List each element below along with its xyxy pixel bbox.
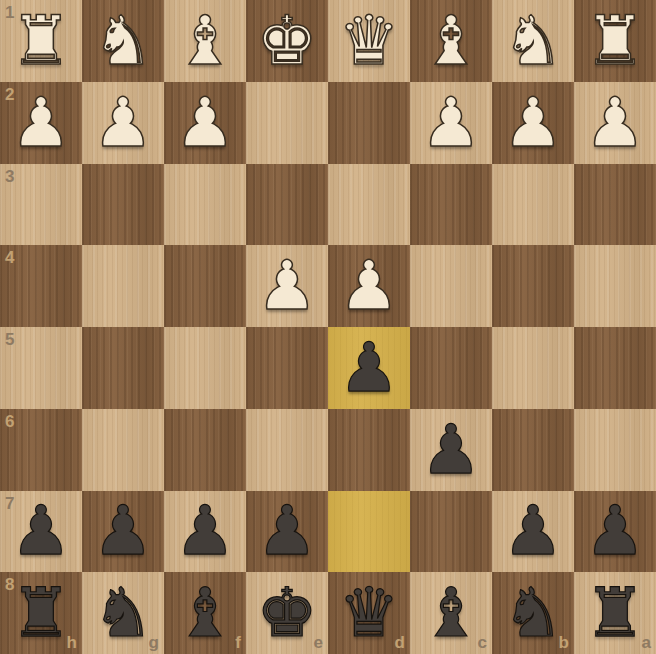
black-knight-g8[interactable]: ♞: [82, 572, 164, 654]
square-f2[interactable]: ♟: [164, 82, 246, 164]
white-knight-b1[interactable]: ♞: [492, 0, 574, 82]
chess-board: 1♜♞♝♚♛♝♞♜2♟♟♟♟♟♟34♟♟5♟6♟7♟♟♟♟♟♟8h♜g♞f♝e♚…: [0, 0, 656, 654]
square-c4[interactable]: [410, 245, 492, 327]
square-d6[interactable]: [328, 409, 410, 491]
square-b4[interactable]: [492, 245, 574, 327]
white-pawn-g2[interactable]: ♟: [82, 82, 164, 164]
square-f8[interactable]: f♝: [164, 572, 246, 654]
square-f7[interactable]: ♟: [164, 491, 246, 573]
square-g8[interactable]: g♞: [82, 572, 164, 654]
white-pawn-b2[interactable]: ♟: [492, 82, 574, 164]
white-pawn-d4[interactable]: ♟: [328, 245, 410, 327]
rank-label-6: 6: [5, 413, 14, 430]
square-e7[interactable]: ♟: [246, 491, 328, 573]
white-pawn-h2[interactable]: ♟: [0, 82, 82, 164]
square-b1[interactable]: ♞: [492, 0, 574, 82]
square-h2[interactable]: 2♟: [0, 82, 82, 164]
black-pawn-g7[interactable]: ♟: [82, 491, 164, 573]
square-c8[interactable]: c♝: [410, 572, 492, 654]
white-bishop-f1[interactable]: ♝: [164, 0, 246, 82]
black-knight-b8[interactable]: ♞: [492, 572, 574, 654]
square-e8[interactable]: e♚: [246, 572, 328, 654]
black-queen-d8[interactable]: ♛: [328, 572, 410, 654]
square-d3[interactable]: [328, 164, 410, 246]
rank-label-5: 5: [5, 331, 14, 348]
black-rook-h8[interactable]: ♜: [0, 572, 82, 654]
square-c6[interactable]: ♟: [410, 409, 492, 491]
square-g4[interactable]: [82, 245, 164, 327]
square-c2[interactable]: ♟: [410, 82, 492, 164]
square-e3[interactable]: [246, 164, 328, 246]
square-b7[interactable]: ♟: [492, 491, 574, 573]
square-f6[interactable]: [164, 409, 246, 491]
square-g5[interactable]: [82, 327, 164, 409]
square-d7[interactable]: [328, 491, 410, 573]
square-d1[interactable]: ♛: [328, 0, 410, 82]
square-c3[interactable]: [410, 164, 492, 246]
square-a7[interactable]: ♟: [574, 491, 656, 573]
square-e5[interactable]: [246, 327, 328, 409]
black-rook-a8[interactable]: ♜: [574, 572, 656, 654]
square-f1[interactable]: ♝: [164, 0, 246, 82]
black-king-e8[interactable]: ♚: [246, 572, 328, 654]
square-a2[interactable]: ♟: [574, 82, 656, 164]
white-rook-a1[interactable]: ♜: [574, 0, 656, 82]
square-e4[interactable]: ♟: [246, 245, 328, 327]
square-a8[interactable]: a♜: [574, 572, 656, 654]
square-c1[interactable]: ♝: [410, 0, 492, 82]
square-g1[interactable]: ♞: [82, 0, 164, 82]
black-bishop-c8[interactable]: ♝: [410, 572, 492, 654]
square-d2[interactable]: [328, 82, 410, 164]
square-b3[interactable]: [492, 164, 574, 246]
square-f3[interactable]: [164, 164, 246, 246]
white-rook-h1[interactable]: ♜: [0, 0, 82, 82]
square-h7[interactable]: 7♟: [0, 491, 82, 573]
square-a1[interactable]: ♜: [574, 0, 656, 82]
square-e1[interactable]: ♚: [246, 0, 328, 82]
square-g2[interactable]: ♟: [82, 82, 164, 164]
square-h1[interactable]: 1♜: [0, 0, 82, 82]
square-d5[interactable]: ♟: [328, 327, 410, 409]
black-pawn-h7[interactable]: ♟: [0, 491, 82, 573]
white-pawn-e4[interactable]: ♟: [246, 245, 328, 327]
square-d8[interactable]: d♛: [328, 572, 410, 654]
square-e6[interactable]: [246, 409, 328, 491]
white-pawn-a2[interactable]: ♟: [574, 82, 656, 164]
square-h4[interactable]: 4: [0, 245, 82, 327]
white-pawn-c2[interactable]: ♟: [410, 82, 492, 164]
square-a4[interactable]: [574, 245, 656, 327]
square-h8[interactable]: 8h♜: [0, 572, 82, 654]
square-h6[interactable]: 6: [0, 409, 82, 491]
square-f5[interactable]: [164, 327, 246, 409]
white-bishop-c1[interactable]: ♝: [410, 0, 492, 82]
black-pawn-d5[interactable]: ♟: [328, 327, 410, 409]
black-pawn-c6[interactable]: ♟: [410, 409, 492, 491]
square-f4[interactable]: [164, 245, 246, 327]
black-pawn-f7[interactable]: ♟: [164, 491, 246, 573]
square-g3[interactable]: [82, 164, 164, 246]
black-pawn-e7[interactable]: ♟: [246, 491, 328, 573]
square-b6[interactable]: [492, 409, 574, 491]
white-king-e1[interactable]: ♚: [246, 0, 328, 82]
rank-label-4: 4: [5, 249, 14, 266]
square-b8[interactable]: b♞: [492, 572, 574, 654]
square-b5[interactable]: [492, 327, 574, 409]
square-b2[interactable]: ♟: [492, 82, 574, 164]
square-g6[interactable]: [82, 409, 164, 491]
black-pawn-a7[interactable]: ♟: [574, 491, 656, 573]
square-g7[interactable]: ♟: [82, 491, 164, 573]
square-a5[interactable]: [574, 327, 656, 409]
white-knight-g1[interactable]: ♞: [82, 0, 164, 82]
white-pawn-f2[interactable]: ♟: [164, 82, 246, 164]
black-bishop-f8[interactable]: ♝: [164, 572, 246, 654]
black-pawn-b7[interactable]: ♟: [492, 491, 574, 573]
square-c5[interactable]: [410, 327, 492, 409]
square-c7[interactable]: [410, 491, 492, 573]
square-h5[interactable]: 5: [0, 327, 82, 409]
square-h3[interactable]: 3: [0, 164, 82, 246]
rank-label-3: 3: [5, 168, 14, 185]
white-queen-d1[interactable]: ♛: [328, 0, 410, 82]
square-a3[interactable]: [574, 164, 656, 246]
square-d4[interactable]: ♟: [328, 245, 410, 327]
square-e2[interactable]: [246, 82, 328, 164]
square-a6[interactable]: [574, 409, 656, 491]
